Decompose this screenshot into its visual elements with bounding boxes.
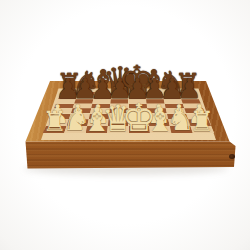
clasp-knot xyxy=(229,154,235,159)
chess-set-photo: ♜♞♝♛♚♝♞♜♟♟♟♟♟♟♟♟♟♟♟♟♟♟♟♟♜♞♝♛♚♝♞♜ xyxy=(0,0,250,250)
